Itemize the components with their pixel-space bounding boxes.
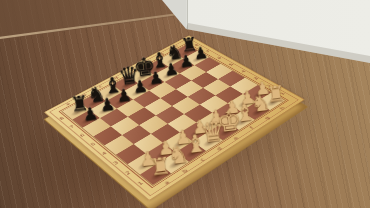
coord-rank-left-8: 8 <box>53 112 71 124</box>
black-pawn: ♟ <box>193 45 209 62</box>
black-pawn: ♟ <box>148 69 165 87</box>
black-pawn: ♟ <box>99 96 116 115</box>
photo-scene: ♜♞♝♛♚♝♞♜♟♟♟♟♟♟♟♟♟♟♟♟♟♟♟♟♜♞♝♛♚♝♞♜ aa88bb7… <box>0 0 370 208</box>
black-pawn: ♟ <box>178 53 194 71</box>
white-rook: ♜ <box>149 154 173 180</box>
black-pawn: ♟ <box>82 105 99 124</box>
black-pawn: ♟ <box>163 61 179 79</box>
black-pawn: ♟ <box>116 87 133 105</box>
black-pawn: ♟ <box>132 78 149 96</box>
